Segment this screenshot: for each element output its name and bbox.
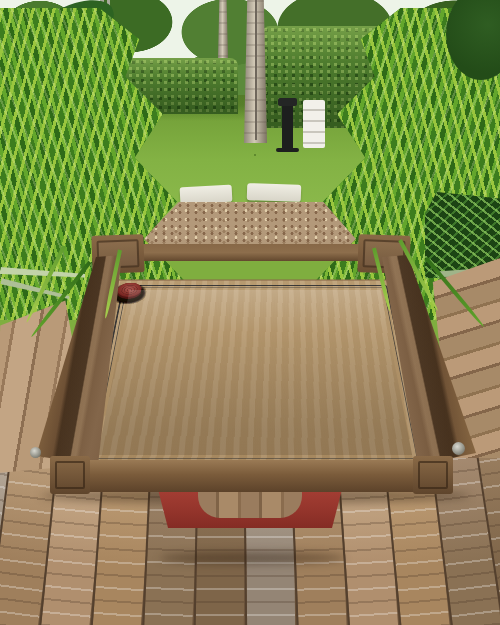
rail-rivet-left <box>30 447 41 458</box>
stepping-stone <box>247 183 302 202</box>
rail-rivet-right <box>452 442 465 455</box>
near-rail-end-block-left <box>50 456 90 494</box>
garden-lamp-cap <box>278 98 297 106</box>
near-rail-end-block-right <box>413 456 453 494</box>
stepping-stone <box>180 185 233 205</box>
stone-pillar <box>303 100 325 148</box>
leg-shadow <box>160 552 345 564</box>
near-rail <box>55 460 450 492</box>
far-rail <box>112 244 392 261</box>
garden-lamp-base <box>276 148 299 152</box>
board-grid <box>98 290 412 455</box>
garden-checkers-photo <box>0 0 500 625</box>
palm-trunk-seam <box>255 0 257 140</box>
draughts-board <box>75 281 435 470</box>
checker-red[interactable] <box>116 283 142 297</box>
garden-lamp-post <box>282 102 293 152</box>
palm-trunk-small <box>218 0 228 58</box>
